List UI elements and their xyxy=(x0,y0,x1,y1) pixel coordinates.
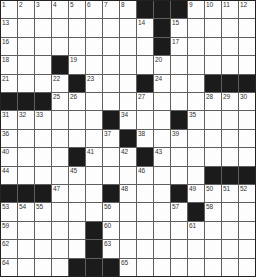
grid-cell-r4c15[interactable] xyxy=(239,56,255,73)
black-cell-r10c13 xyxy=(205,167,221,184)
clue-number-58: 58 xyxy=(206,203,213,210)
grid-cell-r8c7[interactable]: 37 xyxy=(103,130,119,147)
grid-cell-r7c10[interactable] xyxy=(154,111,170,128)
clue-number-62: 62 xyxy=(2,240,9,247)
grid-cell-r7c5[interactable] xyxy=(69,111,85,128)
black-cell-r5c5 xyxy=(69,75,85,92)
grid-cell-r7c1[interactable]: 31 xyxy=(1,111,17,128)
clue-number-63: 63 xyxy=(104,240,111,247)
clue-number-35: 35 xyxy=(189,111,196,118)
grid-cell-r7c8[interactable]: 34 xyxy=(120,111,136,128)
clue-number-38: 38 xyxy=(138,130,145,137)
black-cell-r6c1 xyxy=(1,93,17,110)
black-cell-r11c11 xyxy=(171,185,187,202)
grid-cell-r14c11[interactable] xyxy=(171,240,187,257)
black-cell-r1c9 xyxy=(137,1,153,18)
grid-cell-r5c3[interactable] xyxy=(35,75,51,92)
black-cell-r15c7 xyxy=(103,259,119,276)
grid-cell-r8c2[interactable] xyxy=(18,130,34,147)
grid-cell-r15c9[interactable] xyxy=(137,259,153,276)
black-cell-r11c3 xyxy=(35,185,51,202)
clue-number-46: 46 xyxy=(138,167,145,174)
grid-cell-r5c11[interactable] xyxy=(171,75,187,92)
grid-cell-r7c14[interactable] xyxy=(222,111,238,128)
grid-cell-r14c2[interactable] xyxy=(18,240,34,257)
grid-cell-r12c9[interactable] xyxy=(137,203,153,220)
grid-cell-r13c12[interactable]: 61 xyxy=(188,222,204,239)
black-cell-r11c1 xyxy=(1,185,17,202)
grid-cell-r11c8[interactable]: 48 xyxy=(120,185,136,202)
grid-cell-r4c6[interactable] xyxy=(86,56,102,73)
clue-number-10: 10 xyxy=(206,1,213,8)
grid-cell-r7c13[interactable] xyxy=(205,111,221,128)
grid-cell-r13c5[interactable] xyxy=(69,222,85,239)
grid-cell-r8c5[interactable] xyxy=(69,130,85,147)
black-cell-r10c14 xyxy=(222,167,238,184)
grid-cell-r2c12[interactable] xyxy=(188,19,204,36)
clue-number-21: 21 xyxy=(2,75,9,82)
grid-cell-r2c11[interactable]: 15 xyxy=(171,19,187,36)
black-cell-r5c15 xyxy=(239,75,255,92)
grid-cell-r12c8[interactable] xyxy=(120,203,136,220)
clue-number-27: 27 xyxy=(138,93,145,100)
grid-cell-r8c4[interactable] xyxy=(52,130,68,147)
grid-cell-r6c11[interactable] xyxy=(171,93,187,110)
grid-cell-r13c1[interactable]: 59 xyxy=(1,222,17,239)
grid-cell-r3c5[interactable] xyxy=(69,38,85,55)
grid-cell-r5c2[interactable] xyxy=(18,75,34,92)
grid-cell-r12c7[interactable]: 56 xyxy=(103,203,119,220)
clue-number-54: 54 xyxy=(19,203,26,210)
grid-cell-r1c4[interactable]: 4 xyxy=(52,1,68,18)
black-cell-r7c11 xyxy=(171,111,187,128)
clue-number-20: 20 xyxy=(155,56,162,63)
grid-cell-r3c13[interactable] xyxy=(205,38,221,55)
clue-number-49: 49 xyxy=(189,185,196,192)
clue-number-39: 39 xyxy=(172,130,179,137)
black-cell-r15c5 xyxy=(69,259,85,276)
clue-number-24: 24 xyxy=(155,75,162,82)
clue-number-55: 55 xyxy=(36,203,43,210)
grid-cell-r8c14[interactable] xyxy=(222,130,238,147)
black-cell-r14c6 xyxy=(86,240,102,257)
grid-cell-r12c15[interactable] xyxy=(239,203,255,220)
grid-cell-r4c8[interactable] xyxy=(120,56,136,73)
grid-cell-r4c10[interactable]: 20 xyxy=(154,56,170,73)
grid-cell-r3c6[interactable] xyxy=(86,38,102,55)
clue-number-52: 52 xyxy=(240,185,247,192)
grid-cell-r2c3[interactable] xyxy=(35,19,51,36)
grid-cell-r2c15[interactable] xyxy=(239,19,255,36)
clue-number-57: 57 xyxy=(172,203,179,210)
grid-cell-r9c3[interactable] xyxy=(35,148,51,165)
clue-number-65: 65 xyxy=(121,259,128,266)
grid-cell-r2c2[interactable] xyxy=(18,19,34,36)
black-cell-r3c10 xyxy=(154,38,170,55)
grid-cell-r14c8[interactable] xyxy=(120,240,136,257)
clue-number-17: 17 xyxy=(172,38,179,45)
grid-cell-r1c7[interactable]: 7 xyxy=(103,1,119,18)
grid-cell-r7c6[interactable] xyxy=(86,111,102,128)
clue-number-64: 64 xyxy=(2,259,9,266)
grid-cell-r3c1[interactable]: 16 xyxy=(1,38,17,55)
clue-number-8: 8 xyxy=(121,1,125,8)
grid-cell-r12c14[interactable] xyxy=(222,203,238,220)
grid-cell-r8c12[interactable] xyxy=(188,130,204,147)
clue-number-1: 1 xyxy=(2,1,6,8)
clue-number-37: 37 xyxy=(104,130,111,137)
grid-cell-r14c15[interactable] xyxy=(239,240,255,257)
clue-number-50: 50 xyxy=(206,185,213,192)
grid-cell-r11c4[interactable]: 47 xyxy=(52,185,68,202)
grid-cell-r4c3[interactable] xyxy=(35,56,51,73)
black-cell-r5c13 xyxy=(205,75,221,92)
black-cell-r5c14 xyxy=(222,75,238,92)
grid-cell-r12c1[interactable]: 53 xyxy=(1,203,17,220)
grid-cell-r12c5[interactable] xyxy=(69,203,85,220)
grid-cell-r8c15[interactable] xyxy=(239,130,255,147)
clue-number-36: 36 xyxy=(2,130,9,137)
grid-cell-r11c10[interactable] xyxy=(154,185,170,202)
grid-cell-r14c9[interactable] xyxy=(137,240,153,257)
grid-cell-r2c13[interactable] xyxy=(205,19,221,36)
grid-cell-r3c15[interactable] xyxy=(239,38,255,55)
grid-cell-r4c1[interactable]: 18 xyxy=(1,56,17,73)
grid-cell-r8c3[interactable] xyxy=(35,130,51,147)
grid-cell-r7c9[interactable] xyxy=(137,111,153,128)
grid-cell-r1c3[interactable]: 3 xyxy=(35,1,51,18)
clue-number-28: 28 xyxy=(206,93,213,100)
grid-cell-r11c14[interactable]: 51 xyxy=(222,185,238,202)
grid-cell-r6c14[interactable]: 29 xyxy=(222,93,238,110)
grid-cell-r1c1[interactable]: 1 xyxy=(1,1,17,18)
grid-cell-r13c3[interactable] xyxy=(35,222,51,239)
black-cell-r1c11 xyxy=(171,1,187,18)
grid-cell-r13c10[interactable] xyxy=(154,222,170,239)
grid-cell-r15c4[interactable] xyxy=(52,259,68,276)
grid-cell-r3c2[interactable] xyxy=(18,38,34,55)
grid-cell-r15c2[interactable] xyxy=(18,259,34,276)
grid-cell-r3c9[interactable] xyxy=(137,38,153,55)
grid-cell-r10c3[interactable] xyxy=(35,167,51,184)
grid-cell-r8c1[interactable]: 36 xyxy=(1,130,17,147)
grid-cell-r11c15[interactable]: 52 xyxy=(239,185,255,202)
grid-cell-r4c12[interactable] xyxy=(188,56,204,73)
clue-number-59: 59 xyxy=(2,222,9,229)
black-cell-r1c10 xyxy=(154,1,170,18)
grid-cell-r11c6[interactable] xyxy=(86,185,102,202)
grid-cell-r4c14[interactable] xyxy=(222,56,238,73)
grid-cell-r6c4[interactable]: 25 xyxy=(52,93,68,110)
grid-cell-r13c14[interactable] xyxy=(222,222,238,239)
grid-cell-r4c11[interactable] xyxy=(171,56,187,73)
grid-cell-r6c5[interactable]: 26 xyxy=(69,93,85,110)
grid-cell-r14c5[interactable] xyxy=(69,240,85,257)
grid-cell-r2c6[interactable] xyxy=(86,19,102,36)
grid-cell-r6c6[interactable] xyxy=(86,93,102,110)
clue-number-34: 34 xyxy=(121,111,128,118)
clue-number-29: 29 xyxy=(223,93,230,100)
grid-cell-r4c13[interactable] xyxy=(205,56,221,73)
grid-cell-r4c9[interactable] xyxy=(137,56,153,73)
grid-cell-r1c2[interactable]: 2 xyxy=(18,1,34,18)
grid-cell-r5c4[interactable]: 22 xyxy=(52,75,68,92)
grid-cell-r13c4[interactable] xyxy=(52,222,68,239)
grid-cell-r1c14[interactable]: 11 xyxy=(222,1,238,18)
clue-number-53: 53 xyxy=(2,203,9,210)
black-cell-r2c10 xyxy=(154,19,170,36)
grid-cell-r13c9[interactable] xyxy=(137,222,153,239)
grid-cell-r10c9[interactable]: 46 xyxy=(137,167,153,184)
grid-cell-r10c8[interactable] xyxy=(120,167,136,184)
grid-cell-r8c9[interactable]: 38 xyxy=(137,130,153,147)
grid-cell-r8c6[interactable] xyxy=(86,130,102,147)
black-cell-r15c6 xyxy=(86,259,102,276)
grid-cell-r3c8[interactable] xyxy=(120,38,136,55)
grid-cell-r5c12[interactable] xyxy=(188,75,204,92)
grid-cell-r15c8[interactable]: 65 xyxy=(120,259,136,276)
grid-cell-r8c10[interactable] xyxy=(154,130,170,147)
grid-cell-r8c13[interactable] xyxy=(205,130,221,147)
black-cell-r5c9 xyxy=(137,75,153,92)
black-cell-r4c4 xyxy=(52,56,68,73)
grid-cell-r15c15[interactable] xyxy=(239,259,255,276)
black-cell-r13c6 xyxy=(86,222,102,239)
grid-cell-r13c2[interactable] xyxy=(18,222,34,239)
grid-cell-r2c8[interactable] xyxy=(120,19,136,36)
grid-cell-r13c7[interactable]: 60 xyxy=(103,222,119,239)
clue-number-9: 9 xyxy=(189,1,193,8)
grid-cell-r2c9[interactable]: 14 xyxy=(137,19,153,36)
grid-cell-r2c14[interactable] xyxy=(222,19,238,36)
grid-cell-r14c14[interactable] xyxy=(222,240,238,257)
clue-number-6: 6 xyxy=(87,1,91,8)
grid-cell-r11c12[interactable]: 49 xyxy=(188,185,204,202)
black-cell-r11c2 xyxy=(18,185,34,202)
grid-cell-r5c7[interactable] xyxy=(103,75,119,92)
black-cell-r6c3 xyxy=(35,93,51,110)
grid-cell-r12c6[interactable] xyxy=(86,203,102,220)
clue-number-18: 18 xyxy=(2,56,9,63)
clue-number-16: 16 xyxy=(2,38,9,45)
grid-cell-r1c12[interactable]: 9 xyxy=(188,1,204,18)
clue-number-43: 43 xyxy=(155,148,162,155)
clue-number-60: 60 xyxy=(104,222,111,229)
black-cell-r7c7 xyxy=(103,111,119,128)
grid-cell-r7c3[interactable]: 33 xyxy=(35,111,51,128)
grid-cell-r14c7[interactable]: 63 xyxy=(103,240,119,257)
grid-cell-r2c5[interactable] xyxy=(69,19,85,36)
grid-cell-r9c8[interactable]: 42 xyxy=(120,148,136,165)
grid-cell-r11c9[interactable] xyxy=(137,185,153,202)
clue-number-40: 40 xyxy=(2,148,9,155)
clue-number-45: 45 xyxy=(70,167,77,174)
grid-cell-r5c1[interactable]: 21 xyxy=(1,75,17,92)
grid-cell-r10c5[interactable]: 45 xyxy=(69,167,85,184)
clue-number-56: 56 xyxy=(104,203,111,210)
grid-cell-r12c10[interactable] xyxy=(154,203,170,220)
grid-cell-r4c5[interactable]: 19 xyxy=(69,56,85,73)
grid-cell-r4c7[interactable] xyxy=(103,56,119,73)
crossword-board: 1234567891011121314151617181920212223242… xyxy=(0,0,256,277)
clue-number-14: 14 xyxy=(138,19,145,26)
grid-cell-r15c13[interactable] xyxy=(205,259,221,276)
grid-cell-r13c13[interactable] xyxy=(205,222,221,239)
clue-number-31: 31 xyxy=(2,111,9,118)
grid-cell-r11c13[interactable]: 50 xyxy=(205,185,221,202)
grid-cell-r12c11[interactable]: 57 xyxy=(171,203,187,220)
grid-cell-r9c7[interactable] xyxy=(103,148,119,165)
clue-number-30: 30 xyxy=(240,93,247,100)
grid-cell-r10c2[interactable] xyxy=(18,167,34,184)
grid-cell-r3c3[interactable] xyxy=(35,38,51,55)
black-cell-r6c2 xyxy=(18,93,34,110)
grid-cell-r1c13[interactable]: 10 xyxy=(205,1,221,18)
grid-cell-r10c10[interactable] xyxy=(154,167,170,184)
grid-cell-r1c8[interactable]: 8 xyxy=(120,1,136,18)
grid-cell-r7c15[interactable] xyxy=(239,111,255,128)
black-cell-r9c5 xyxy=(69,148,85,165)
grid-cell-r14c10[interactable] xyxy=(154,240,170,257)
clue-number-7: 7 xyxy=(104,1,108,8)
grid-cell-r14c12[interactable] xyxy=(188,240,204,257)
black-cell-r11c7 xyxy=(103,185,119,202)
grid-cell-r3c11[interactable]: 17 xyxy=(171,38,187,55)
clue-number-32: 32 xyxy=(19,111,26,118)
clue-number-2: 2 xyxy=(19,1,23,8)
grid-cell-r5c6[interactable]: 23 xyxy=(86,75,102,92)
clue-number-22: 22 xyxy=(53,75,60,82)
grid-cell-r14c13[interactable] xyxy=(205,240,221,257)
grid-cell-r9c2[interactable] xyxy=(18,148,34,165)
grid-cell-r6c15[interactable]: 30 xyxy=(239,93,255,110)
clue-number-11: 11 xyxy=(223,1,230,8)
grid-cell-r12c13[interactable]: 58 xyxy=(205,203,221,220)
grid-cell-r5c10[interactable]: 24 xyxy=(154,75,170,92)
grid-cell-r2c7[interactable] xyxy=(103,19,119,36)
grid-cell-r5c8[interactable] xyxy=(120,75,136,92)
grid-cell-r6c13[interactable]: 28 xyxy=(205,93,221,110)
grid-cell-r12c3[interactable]: 55 xyxy=(35,203,51,220)
grid-cell-r11c5[interactable] xyxy=(69,185,85,202)
grid-cell-r10c11[interactable] xyxy=(171,167,187,184)
clue-number-5: 5 xyxy=(70,1,74,8)
grid-cell-r14c3[interactable] xyxy=(35,240,51,257)
grid-cell-r3c4[interactable] xyxy=(52,38,68,55)
clue-number-44: 44 xyxy=(2,167,9,174)
clue-number-48: 48 xyxy=(121,185,128,192)
clue-number-13: 13 xyxy=(2,19,9,26)
grid-cell-r9c1[interactable]: 40 xyxy=(1,148,17,165)
grid-cell-r9c10[interactable]: 43 xyxy=(154,148,170,165)
grid-cell-r3c14[interactable] xyxy=(222,38,238,55)
clue-number-3: 3 xyxy=(36,1,40,8)
grid-cell-r7c12[interactable]: 35 xyxy=(188,111,204,128)
grid-cell-r2c4[interactable] xyxy=(52,19,68,36)
black-cell-r12c12 xyxy=(188,203,204,220)
grid-cell-r6c12[interactable] xyxy=(188,93,204,110)
clue-number-47: 47 xyxy=(53,185,60,192)
grid-cell-r15c1[interactable]: 64 xyxy=(1,259,17,276)
clue-number-61: 61 xyxy=(189,222,196,229)
grid-cell-r9c15[interactable] xyxy=(239,148,255,165)
clue-number-19: 19 xyxy=(70,56,77,63)
clue-number-15: 15 xyxy=(172,19,179,26)
clue-number-4: 4 xyxy=(53,1,57,8)
grid-cell-r9c13[interactable] xyxy=(205,148,221,165)
black-cell-r10c15 xyxy=(239,167,255,184)
grid-cell-r3c7[interactable] xyxy=(103,38,119,55)
black-cell-r8c8 xyxy=(120,130,136,147)
clue-number-23: 23 xyxy=(87,75,94,82)
grid-cell-r9c14[interactable] xyxy=(222,148,238,165)
grid-cell-r8c11[interactable]: 39 xyxy=(171,130,187,147)
grid-cell-r14c4[interactable] xyxy=(52,240,68,257)
grid-cell-r1c5[interactable]: 5 xyxy=(69,1,85,18)
grid-cell-r9c6[interactable]: 41 xyxy=(86,148,102,165)
grid-cell-r13c8[interactable] xyxy=(120,222,136,239)
clue-number-25: 25 xyxy=(53,93,60,100)
grid-cell-r12c2[interactable]: 54 xyxy=(18,203,34,220)
clue-number-12: 12 xyxy=(240,1,247,8)
grid-cell-r9c4[interactable] xyxy=(52,148,68,165)
grid-cell-r13c11[interactable] xyxy=(171,222,187,239)
grid-cell-r15c12[interactable] xyxy=(188,259,204,276)
grid-cell-r15c14[interactable] xyxy=(222,259,238,276)
grid-cell-r10c7[interactable] xyxy=(103,167,119,184)
grid-cell-r12c4[interactable] xyxy=(52,203,68,220)
grid-cell-r10c6[interactable] xyxy=(86,167,102,184)
clue-number-33: 33 xyxy=(36,111,43,118)
grid-cell-r15c10[interactable] xyxy=(154,259,170,276)
grid-cell-r6c7[interactable] xyxy=(103,93,119,110)
clue-number-51: 51 xyxy=(223,185,230,192)
clue-number-42: 42 xyxy=(121,148,128,155)
grid-cell-r1c15[interactable]: 12 xyxy=(239,1,255,18)
grid-cell-r7c4[interactable] xyxy=(52,111,68,128)
grid-cell-r6c8[interactable] xyxy=(120,93,136,110)
clue-number-26: 26 xyxy=(70,93,77,100)
grid-cell-r10c4[interactable] xyxy=(52,167,68,184)
grid-cell-r1c6[interactable]: 6 xyxy=(86,1,102,18)
grid-cell-r15c3[interactable] xyxy=(35,259,51,276)
grid-cell-r4c2[interactable] xyxy=(18,56,34,73)
grid-cell-r9c11[interactable] xyxy=(171,148,187,165)
grid-cell-r6c10[interactable] xyxy=(154,93,170,110)
black-cell-r9c9 xyxy=(137,148,153,165)
grid-cell-r10c12[interactable] xyxy=(188,167,204,184)
grid-cell-r2c1[interactable]: 13 xyxy=(1,19,17,36)
grid-cell-r14c1[interactable]: 62 xyxy=(1,240,17,257)
grid-cell-r9c12[interactable] xyxy=(188,148,204,165)
grid-cell-r10c1[interactable]: 44 xyxy=(1,167,17,184)
grid-cell-r7c2[interactable]: 32 xyxy=(18,111,34,128)
crossword-puzzle: 1234567891011121314151617181920212223242… xyxy=(0,0,256,277)
grid-cell-r3c12[interactable] xyxy=(188,38,204,55)
clue-number-41: 41 xyxy=(87,148,94,155)
grid-cell-r15c11[interactable] xyxy=(171,259,187,276)
grid-cell-r6c9[interactable]: 27 xyxy=(137,93,153,110)
grid-cell-r13c15[interactable] xyxy=(239,222,255,239)
